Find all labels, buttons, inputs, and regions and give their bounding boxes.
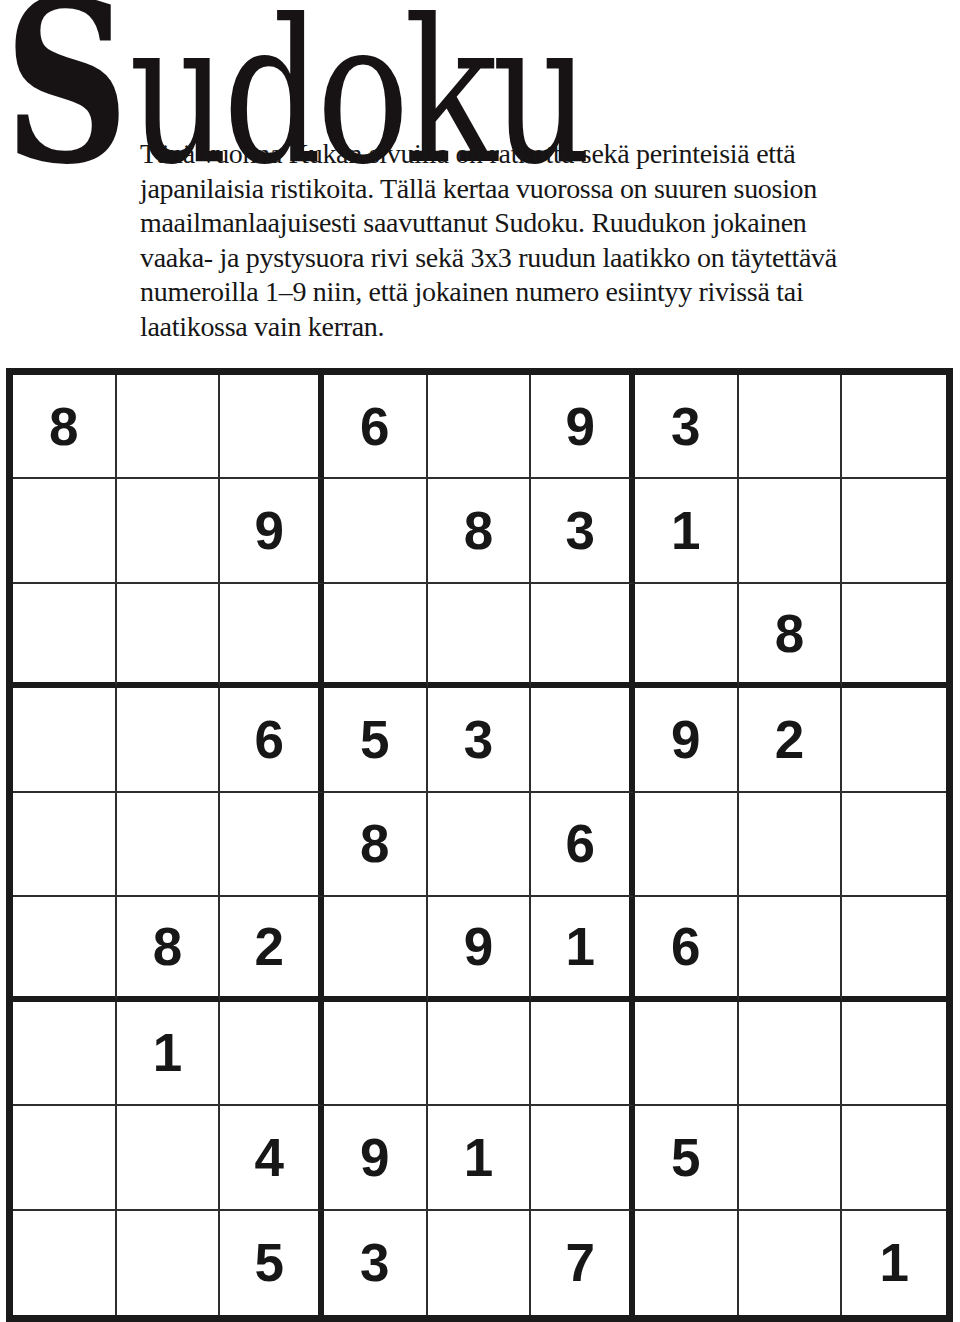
- cell-r7c3: [220, 1002, 324, 1106]
- cell-r3c4: [324, 584, 428, 688]
- cell-r1c6: 9: [531, 375, 635, 479]
- cell-r9c5: [428, 1211, 532, 1315]
- cell-r4c8: 2: [739, 688, 843, 792]
- cell-r6c9: [842, 897, 946, 1001]
- cell-r8c2: [117, 1106, 221, 1210]
- cell-r9c3: 5: [220, 1211, 324, 1315]
- cell-r1c8: [739, 375, 843, 479]
- cell-r5c9: [842, 793, 946, 897]
- cell-r5c6: 6: [531, 793, 635, 897]
- cell-r4c4: 5: [324, 688, 428, 792]
- cell-r3c2: [117, 584, 221, 688]
- cell-r3c8: 8: [739, 584, 843, 688]
- cell-r7c5: [428, 1002, 532, 1106]
- cell-r9c6: 7: [531, 1211, 635, 1315]
- cell-r9c4: 3: [324, 1211, 428, 1315]
- cell-r3c1: [13, 584, 117, 688]
- cell-r9c2: [117, 1211, 221, 1315]
- cell-r1c3: [220, 375, 324, 479]
- cell-r6c6: 1: [531, 897, 635, 1001]
- cell-r2c2: [117, 479, 221, 583]
- cell-r8c9: [842, 1106, 946, 1210]
- cell-r3c7: [635, 584, 739, 688]
- cell-r7c9: [842, 1002, 946, 1106]
- cell-r7c4: [324, 1002, 428, 1106]
- cell-r4c9: [842, 688, 946, 792]
- cell-r8c6: [531, 1106, 635, 1210]
- cell-r1c5: [428, 375, 532, 479]
- cell-r5c5: [428, 793, 532, 897]
- cell-r7c6: [531, 1002, 635, 1106]
- cell-r3c3: [220, 584, 324, 688]
- cell-r7c8: [739, 1002, 843, 1106]
- cell-r4c6: [531, 688, 635, 792]
- cell-r1c9: [842, 375, 946, 479]
- cell-r6c2: 8: [117, 897, 221, 1001]
- cell-r5c1: [13, 793, 117, 897]
- cell-r2c3: 9: [220, 479, 324, 583]
- cell-r2c9: [842, 479, 946, 583]
- cell-r2c7: 1: [635, 479, 739, 583]
- cell-r5c8: [739, 793, 843, 897]
- cell-r4c2: [117, 688, 221, 792]
- cell-r4c5: 3: [428, 688, 532, 792]
- cell-r1c7: 3: [635, 375, 739, 479]
- cell-r7c2: 1: [117, 1002, 221, 1106]
- cell-r4c1: [13, 688, 117, 792]
- cell-r2c4: [324, 479, 428, 583]
- cell-r1c4: 6: [324, 375, 428, 479]
- intro-text: Tänä vuonna Kukan sivuilla on ratkottu s…: [140, 137, 960, 344]
- cell-r6c3: 2: [220, 897, 324, 1001]
- cell-r8c7: 5: [635, 1106, 739, 1210]
- cell-r5c4: 8: [324, 793, 428, 897]
- cell-r9c8: [739, 1211, 843, 1315]
- cell-r9c9: 1: [842, 1211, 946, 1315]
- cell-r6c5: 9: [428, 897, 532, 1001]
- cell-r4c7: 9: [635, 688, 739, 792]
- cell-r8c8: [739, 1106, 843, 1210]
- cell-r6c1: [13, 897, 117, 1001]
- cell-r8c3: 4: [220, 1106, 324, 1210]
- cell-r3c9: [842, 584, 946, 688]
- cell-r2c8: [739, 479, 843, 583]
- cell-r6c7: 6: [635, 897, 739, 1001]
- cell-r2c1: [13, 479, 117, 583]
- cell-r7c1: [13, 1002, 117, 1106]
- cell-r8c4: 9: [324, 1106, 428, 1210]
- cell-r3c5: [428, 584, 532, 688]
- cell-r5c7: [635, 793, 739, 897]
- cell-r9c1: [13, 1211, 117, 1315]
- sudoku-board: 869398318653928682916149155371: [6, 368, 953, 1322]
- cell-r2c6: 3: [531, 479, 635, 583]
- cell-r5c3: [220, 793, 324, 897]
- cell-r1c1: 8: [13, 375, 117, 479]
- cell-r1c2: [117, 375, 221, 479]
- cell-r5c2: [117, 793, 221, 897]
- cell-r6c4: [324, 897, 428, 1001]
- cell-r8c1: [13, 1106, 117, 1210]
- cell-r8c5: 1: [428, 1106, 532, 1210]
- cell-r3c6: [531, 584, 635, 688]
- cell-r2c5: 8: [428, 479, 532, 583]
- cell-r9c7: [635, 1211, 739, 1315]
- puzzle-page: { "game": "sudoku", "position": "8006093…: [0, 0, 960, 1322]
- logo-initial-letter: S: [4, 0, 129, 194]
- cell-r6c8: [739, 897, 843, 1001]
- cell-r7c7: [635, 1002, 739, 1106]
- cell-r4c3: 6: [220, 688, 324, 792]
